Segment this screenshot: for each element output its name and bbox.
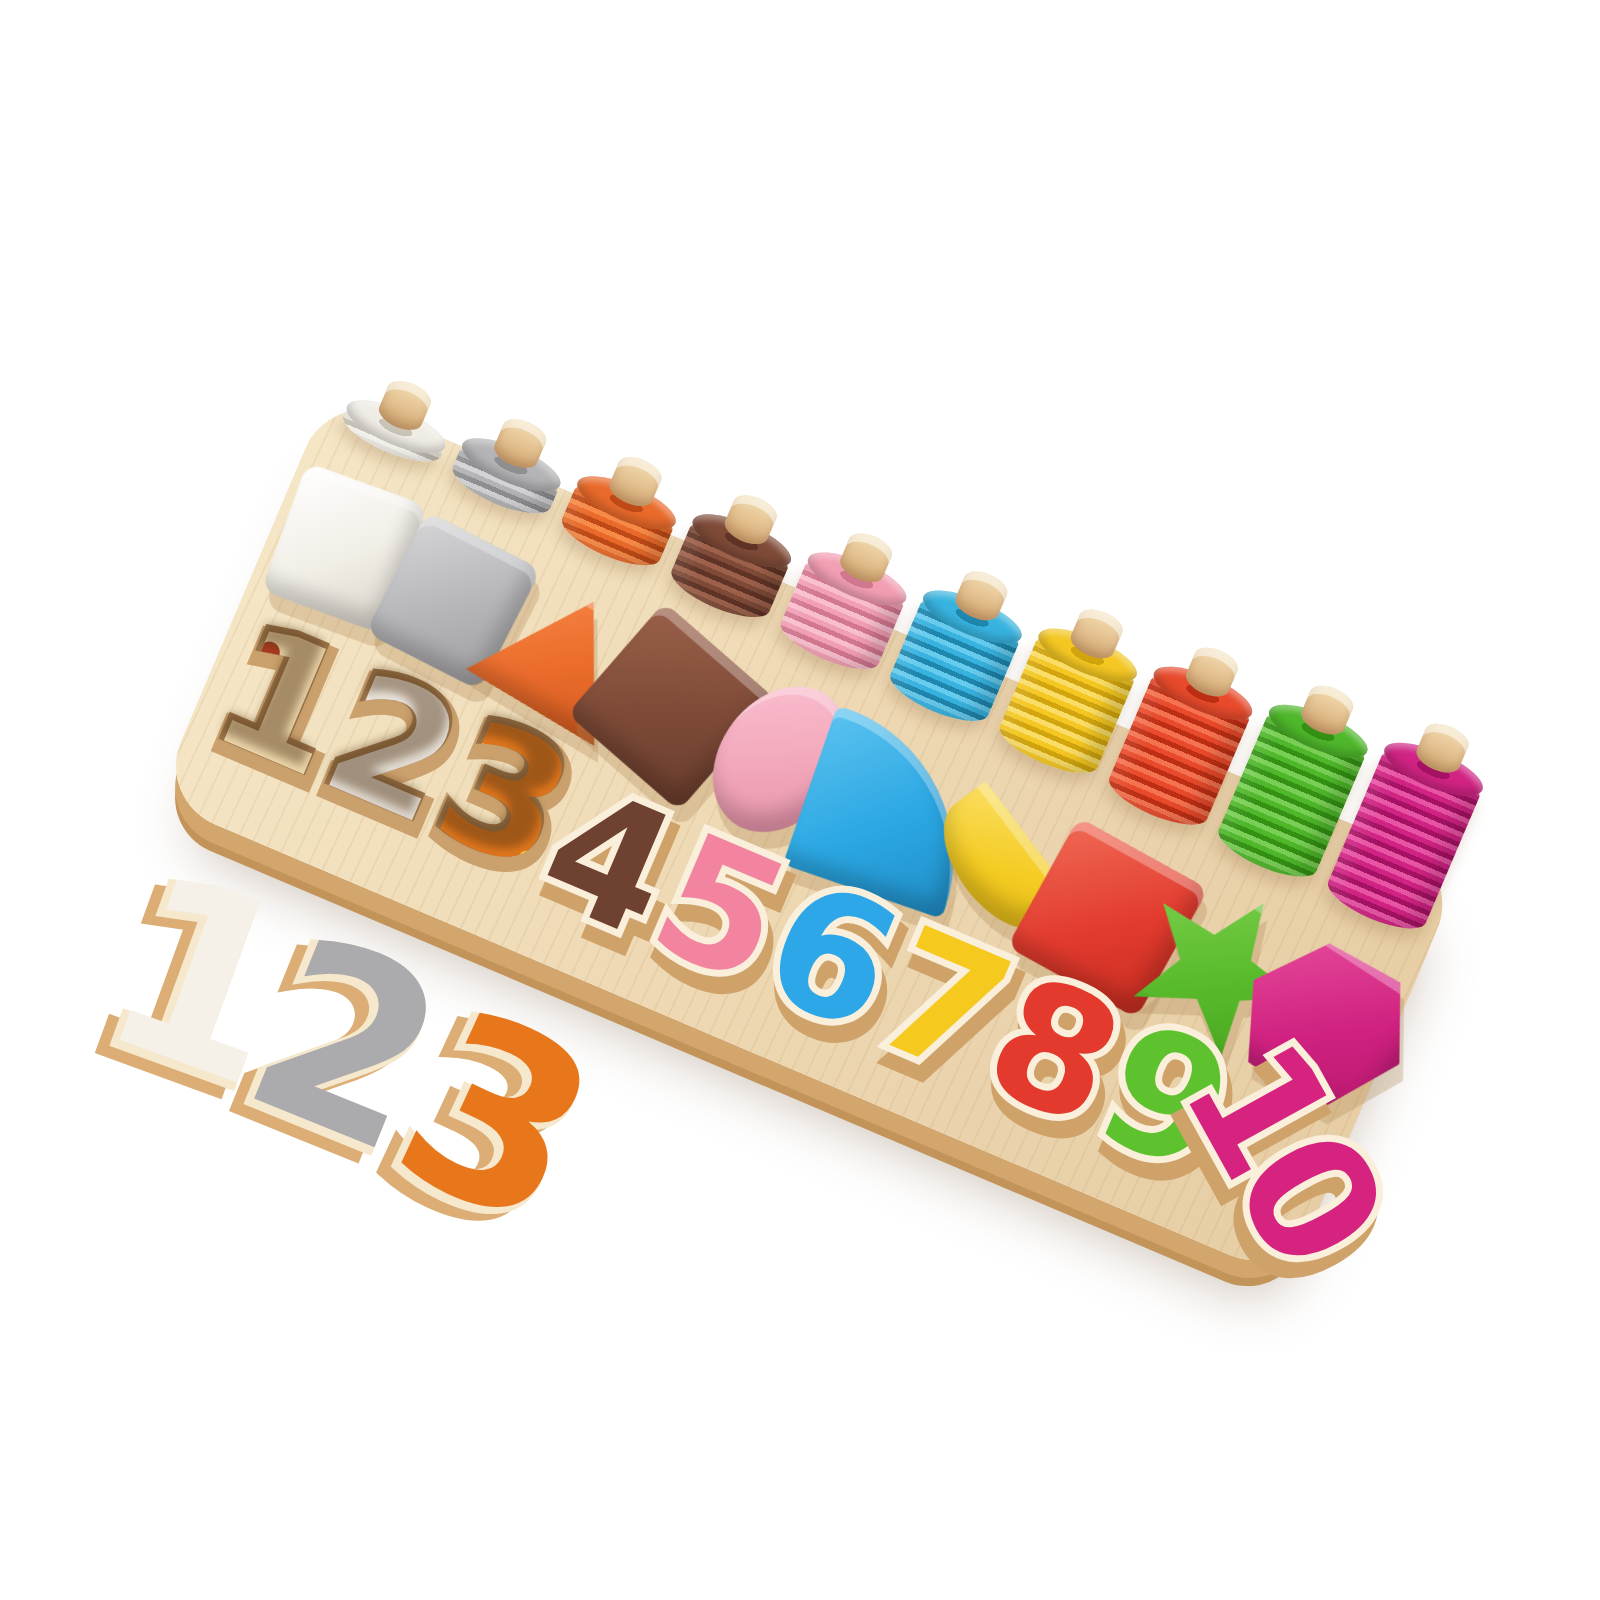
product-photo: 111122223333444555666777888999101010 111… xyxy=(0,0,1600,1600)
